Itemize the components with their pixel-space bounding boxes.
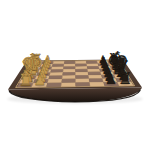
square-e6 (87, 69, 100, 72)
white-rook-a1: ♜ (18, 71, 33, 90)
square-f6 (87, 66, 99, 69)
black-pawn-a7: ♟ (105, 72, 117, 87)
square-d4 (63, 72, 76, 75)
square-d5 (76, 72, 89, 75)
square-h5 (75, 61, 86, 64)
square-a3 (46, 82, 61, 86)
square-c4 (62, 75, 75, 79)
square-b5 (76, 78, 90, 82)
square-a6 (90, 82, 105, 86)
white-pawn-a2: ♟ (34, 72, 46, 88)
chess-set-product-photo: ♜♟♟♜♞♟♟♞♝♟♟♝♚♟♟♚♛♟♟♛♝♟♟♝♞♟♟♞♜♟♟♜ (0, 0, 150, 150)
square-c5 (76, 75, 89, 79)
square-c3 (49, 75, 63, 79)
square-e3 (51, 69, 64, 72)
square-h6 (86, 61, 98, 64)
square-c6 (88, 75, 102, 79)
square-f5 (75, 66, 87, 69)
square-g5 (75, 63, 87, 66)
chess-board: ♜♟♟♜♞♟♟♞♝♟♟♝♚♟♟♚♛♟♟♛♝♟♟♝♞♟♟♞♜♟♟♜ (0, 0, 150, 150)
square-g4 (64, 64, 76, 67)
square-h4 (64, 61, 75, 64)
square-d3 (50, 72, 63, 75)
square-e5 (75, 69, 87, 72)
square-f3 (51, 66, 63, 69)
square-g3 (52, 64, 64, 67)
square-a5 (76, 82, 91, 86)
square-b6 (89, 78, 103, 82)
square-h3 (53, 61, 65, 64)
black-rook-a8: ♜ (118, 69, 132, 88)
square-e4 (63, 69, 75, 72)
square-b3 (48, 79, 63, 83)
square-g6 (87, 63, 99, 66)
square-b4 (62, 79, 76, 83)
square-a4 (61, 82, 76, 86)
square-d6 (88, 72, 101, 75)
square-f4 (63, 66, 75, 69)
